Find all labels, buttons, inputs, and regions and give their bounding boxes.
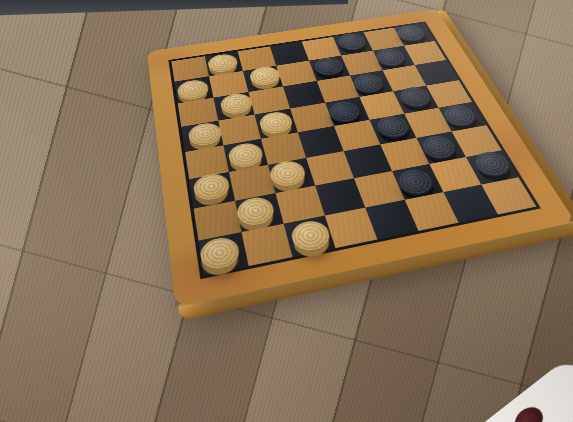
- play-area: [168, 21, 541, 279]
- light-piece-r8c1[interactable]: [198, 234, 242, 272]
- white-object-marking: [510, 402, 548, 422]
- square-r8c1[interactable]: [198, 232, 248, 275]
- light-piece-r6c3[interactable]: [267, 158, 308, 189]
- light-piece-r1c2[interactable]: [206, 52, 239, 74]
- dark-piece-r2c5[interactable]: [311, 55, 347, 77]
- light-piece-r4c1[interactable]: [187, 121, 224, 148]
- photo-scene: [0, 0, 573, 422]
- light-piece-r7c2[interactable]: [234, 194, 277, 228]
- light-piece-r4c3[interactable]: [257, 110, 295, 137]
- white-object: [465, 354, 573, 422]
- checkers-board-wrap: [147, 9, 573, 308]
- background-dark-strip: [0, 0, 348, 16]
- checkers-board: [147, 9, 573, 308]
